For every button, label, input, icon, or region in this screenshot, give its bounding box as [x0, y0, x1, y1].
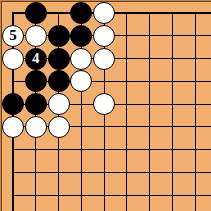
board-edge-border-inner: [1, 1, 211, 211]
go-board-diagram: 54: [0, 0, 211, 211]
